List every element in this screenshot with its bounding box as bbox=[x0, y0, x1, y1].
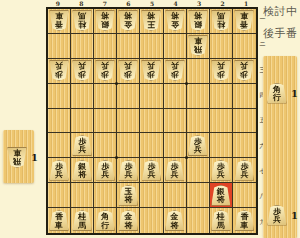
square-9-5[interactable] bbox=[48, 109, 71, 134]
piece-kanji: 銀将 bbox=[194, 10, 202, 28]
square-3-8[interactable] bbox=[187, 183, 210, 208]
shogi-analysis-screen: 検討中 後手番 987654321 一二三四五六七八九 香車桂馬銀将金将王将金将… bbox=[0, 0, 300, 238]
file-label-9: 9 bbox=[46, 0, 70, 7]
gote-knight[interactable]: 桂馬 bbox=[72, 10, 92, 31]
piece-kanji: 歩兵 bbox=[78, 60, 86, 78]
square-7-3[interactable]: 歩兵 bbox=[94, 59, 117, 84]
gote-pawn[interactable]: 歩兵 bbox=[211, 60, 231, 81]
piece-kanji: 歩兵 bbox=[147, 60, 155, 78]
gote-gold[interactable]: 金将 bbox=[165, 10, 185, 31]
piece-kanji: 角行 bbox=[101, 213, 109, 231]
piece-kanji: 桂馬 bbox=[78, 213, 86, 231]
square-2-9[interactable]: 桂馬 bbox=[210, 208, 233, 233]
square-6-1[interactable]: 金将 bbox=[117, 9, 140, 34]
square-8-6[interactable]: 歩兵 bbox=[71, 133, 94, 158]
piece-kanji: 飛車 bbox=[13, 147, 21, 165]
sente-knight[interactable]: 桂馬 bbox=[211, 210, 231, 231]
sente-pawn[interactable]: 歩兵 bbox=[49, 160, 69, 181]
square-2-2[interactable] bbox=[210, 34, 233, 59]
sente-pawn[interactable]: 歩兵 bbox=[211, 160, 231, 181]
square-2-1[interactable]: 桂馬 bbox=[210, 9, 233, 34]
square-3-4[interactable] bbox=[187, 84, 210, 109]
square-5-7[interactable]: 歩兵 bbox=[140, 158, 163, 183]
sente-pawn[interactable]: 歩兵 bbox=[267, 205, 287, 226]
file-label-2: 2 bbox=[211, 0, 235, 7]
piece-kanji: 歩兵 bbox=[273, 208, 281, 226]
piece-kanji: 香車 bbox=[55, 213, 63, 231]
square-4-3[interactable]: 歩兵 bbox=[164, 59, 187, 84]
square-8-7[interactable]: 銀将 bbox=[71, 158, 94, 183]
square-1-9[interactable]: 香車 bbox=[233, 208, 256, 233]
piece-kanji: 歩兵 bbox=[217, 60, 225, 78]
gote-pawn[interactable]: 歩兵 bbox=[234, 60, 254, 81]
gote-knight[interactable]: 桂馬 bbox=[211, 10, 231, 31]
piece-kanji: 歩兵 bbox=[240, 60, 248, 78]
piece-kanji: 桂馬 bbox=[78, 10, 86, 28]
gote-pawn[interactable]: 歩兵 bbox=[95, 60, 115, 81]
piece-kanji: 金将 bbox=[171, 10, 179, 28]
sente-bishop[interactable]: 角行 bbox=[267, 83, 287, 104]
square-2-3[interactable]: 歩兵 bbox=[210, 59, 233, 84]
hand-count: 1 bbox=[291, 88, 298, 99]
square-4-5[interactable] bbox=[164, 109, 187, 134]
square-9-6[interactable] bbox=[48, 133, 71, 158]
piece-kanji: 歩兵 bbox=[101, 60, 109, 78]
piece-kanji: 銀将 bbox=[101, 10, 109, 28]
square-9-4[interactable] bbox=[48, 84, 71, 109]
star-point bbox=[185, 82, 188, 85]
square-3-7[interactable] bbox=[187, 158, 210, 183]
square-9-1[interactable]: 香車 bbox=[48, 9, 71, 34]
sente-pawn[interactable]: 歩兵 bbox=[118, 160, 138, 181]
square-8-9[interactable]: 桂馬 bbox=[71, 208, 94, 233]
square-3-6[interactable]: 歩兵 bbox=[187, 133, 210, 158]
square-6-8[interactable]: 玉将 bbox=[117, 183, 140, 208]
square-8-1[interactable]: 桂馬 bbox=[71, 9, 94, 34]
sente-silver[interactable]: 銀将 bbox=[211, 185, 231, 206]
square-3-3[interactable] bbox=[187, 59, 210, 84]
square-3-2[interactable]: 飛車 bbox=[187, 34, 210, 59]
piece-kanji: 桂馬 bbox=[217, 10, 225, 28]
gote-pawn[interactable]: 歩兵 bbox=[72, 60, 92, 81]
square-4-7[interactable]: 歩兵 bbox=[164, 158, 187, 183]
square-5-8[interactable] bbox=[140, 183, 163, 208]
square-1-4[interactable] bbox=[233, 84, 256, 109]
rank-label-1: 一 bbox=[258, 7, 267, 32]
piece-kanji: 金将 bbox=[124, 213, 132, 231]
square-5-1[interactable]: 王将 bbox=[140, 9, 163, 34]
square-2-4[interactable] bbox=[210, 84, 233, 109]
piece-kanji: 香車 bbox=[240, 213, 248, 231]
square-4-4[interactable] bbox=[164, 84, 187, 109]
piece-kanji: 角行 bbox=[273, 86, 281, 104]
square-7-9[interactable]: 角行 bbox=[94, 208, 117, 233]
gote-pawn[interactable]: 歩兵 bbox=[165, 60, 185, 81]
piece-kanji: 歩兵 bbox=[78, 138, 86, 156]
gote-hand-tray: 飛車1 bbox=[3, 130, 34, 183]
status-analysis: 検討中 bbox=[263, 6, 300, 17]
square-7-8[interactable] bbox=[94, 183, 117, 208]
sente-silver[interactable]: 銀将 bbox=[72, 160, 92, 181]
gote-gold[interactable]: 金将 bbox=[118, 10, 138, 31]
piece-kanji: 歩兵 bbox=[194, 138, 202, 156]
square-7-5[interactable] bbox=[94, 109, 117, 134]
gote-pawn[interactable]: 歩兵 bbox=[49, 60, 69, 81]
square-5-4[interactable] bbox=[140, 84, 163, 109]
square-5-5[interactable] bbox=[140, 109, 163, 134]
sente-hand-tray: 角行1歩兵1 bbox=[263, 56, 297, 238]
file-label-8: 8 bbox=[70, 0, 94, 7]
square-8-4[interactable] bbox=[71, 84, 94, 109]
square-9-8[interactable] bbox=[48, 183, 71, 208]
square-8-5[interactable] bbox=[71, 109, 94, 134]
file-label-3: 3 bbox=[187, 0, 211, 7]
gote-silver[interactable]: 銀将 bbox=[188, 10, 208, 31]
square-8-2[interactable] bbox=[71, 34, 94, 59]
gote-silver[interactable]: 銀将 bbox=[95, 10, 115, 31]
piece-kanji: 歩兵 bbox=[217, 163, 225, 181]
square-2-5[interactable] bbox=[210, 109, 233, 134]
square-4-8[interactable] bbox=[164, 183, 187, 208]
file-label-6: 6 bbox=[117, 0, 141, 7]
gote-lance[interactable]: 香車 bbox=[49, 10, 69, 31]
square-7-1[interactable]: 銀将 bbox=[94, 9, 117, 34]
piece-kanji: 歩兵 bbox=[101, 163, 109, 181]
piece-kanji: 王将 bbox=[147, 10, 155, 28]
square-2-8[interactable]: 銀将 bbox=[210, 183, 233, 208]
piece-kanji: 香車 bbox=[240, 10, 248, 28]
square-4-2[interactable] bbox=[164, 34, 187, 59]
piece-kanji: 歩兵 bbox=[124, 163, 132, 181]
hand-slot[interactable]: 飛車1 bbox=[3, 146, 34, 168]
square-6-3[interactable]: 歩兵 bbox=[117, 59, 140, 84]
square-9-2[interactable] bbox=[48, 34, 71, 59]
piece-kanji: 香車 bbox=[55, 10, 63, 28]
gote-king[interactable]: 王将 bbox=[141, 10, 161, 31]
square-2-7[interactable]: 歩兵 bbox=[210, 158, 233, 183]
square-7-7[interactable]: 歩兵 bbox=[94, 158, 117, 183]
square-5-2[interactable] bbox=[140, 34, 163, 59]
square-3-9[interactable] bbox=[187, 208, 210, 233]
piece-kanji: 銀将 bbox=[217, 188, 225, 206]
sente-gold[interactable]: 金将 bbox=[118, 210, 138, 231]
square-9-9[interactable]: 香車 bbox=[48, 208, 71, 233]
square-7-6[interactable] bbox=[94, 133, 117, 158]
piece-kanji: 桂馬 bbox=[217, 213, 225, 231]
square-1-5[interactable] bbox=[233, 109, 256, 134]
square-9-7[interactable]: 歩兵 bbox=[48, 158, 71, 183]
sente-pawn[interactable]: 歩兵 bbox=[188, 135, 208, 156]
sente-pawn[interactable]: 歩兵 bbox=[95, 160, 115, 181]
square-1-7[interactable]: 歩兵 bbox=[233, 158, 256, 183]
piece-kanji: 歩兵 bbox=[240, 163, 248, 181]
piece-kanji: 金将 bbox=[171, 213, 179, 231]
square-4-6[interactable] bbox=[164, 133, 187, 158]
gote-rook[interactable]: 飛車 bbox=[7, 147, 27, 168]
piece-kanji: 銀将 bbox=[78, 163, 86, 181]
status-turn: 後手番 bbox=[263, 28, 300, 39]
square-6-5[interactable] bbox=[117, 109, 140, 134]
square-1-3[interactable]: 歩兵 bbox=[233, 59, 256, 84]
square-9-3[interactable]: 歩兵 bbox=[48, 59, 71, 84]
piece-kanji: 歩兵 bbox=[55, 60, 63, 78]
sente-pawn[interactable]: 歩兵 bbox=[165, 160, 185, 181]
piece-kanji: 歩兵 bbox=[124, 60, 132, 78]
sente-pawn[interactable]: 歩兵 bbox=[234, 160, 254, 181]
gote-pawn[interactable]: 歩兵 bbox=[118, 60, 138, 81]
piece-kanji: 玉将 bbox=[124, 188, 132, 206]
square-6-4[interactable] bbox=[117, 84, 140, 109]
sente-king[interactable]: 玉将 bbox=[118, 185, 138, 206]
square-3-5[interactable] bbox=[187, 109, 210, 134]
square-8-8[interactable] bbox=[71, 183, 94, 208]
square-8-3[interactable]: 歩兵 bbox=[71, 59, 94, 84]
square-6-6[interactable] bbox=[117, 133, 140, 158]
file-label-7: 7 bbox=[93, 0, 117, 7]
status-panel: 検討中 後手番 bbox=[263, 6, 300, 50]
file-labels: 987654321 bbox=[46, 0, 258, 7]
hand-count: 1 bbox=[291, 210, 298, 221]
square-2-6[interactable] bbox=[210, 133, 233, 158]
hand-slot[interactable]: 角行1 bbox=[263, 82, 297, 104]
sente-knight[interactable]: 桂馬 bbox=[72, 210, 92, 231]
square-6-2[interactable] bbox=[117, 34, 140, 59]
rank-label-2: 二 bbox=[258, 32, 267, 57]
hand-slot[interactable]: 歩兵1 bbox=[263, 204, 297, 226]
hand-count: 1 bbox=[31, 152, 38, 163]
gote-rook[interactable]: 飛車 bbox=[188, 35, 208, 56]
square-5-6[interactable] bbox=[140, 133, 163, 158]
square-3-1[interactable]: 銀将 bbox=[187, 9, 210, 34]
square-1-1[interactable]: 香車 bbox=[233, 9, 256, 34]
square-4-9[interactable]: 金将 bbox=[164, 208, 187, 233]
square-7-2[interactable] bbox=[94, 34, 117, 59]
piece-kanji: 歩兵 bbox=[147, 163, 155, 181]
square-5-9[interactable] bbox=[140, 208, 163, 233]
square-6-9[interactable]: 金将 bbox=[117, 208, 140, 233]
file-label-4: 4 bbox=[164, 0, 188, 7]
square-1-6[interactable] bbox=[233, 133, 256, 158]
sente-pawn[interactable]: 歩兵 bbox=[141, 160, 161, 181]
shogi-board[interactable]: 香車桂馬銀将金将王将金将銀将桂馬香車飛車歩兵歩兵歩兵歩兵歩兵歩兵歩兵歩兵歩兵歩兵… bbox=[46, 7, 258, 235]
sente-bishop[interactable]: 角行 bbox=[95, 210, 115, 231]
sente-lance[interactable]: 香車 bbox=[49, 210, 69, 231]
square-7-4[interactable] bbox=[94, 84, 117, 109]
square-1-2[interactable] bbox=[233, 34, 256, 59]
piece-kanji: 金将 bbox=[124, 10, 132, 28]
gote-pawn[interactable]: 歩兵 bbox=[141, 60, 161, 81]
square-1-8[interactable] bbox=[233, 183, 256, 208]
piece-kanji: 歩兵 bbox=[171, 60, 179, 78]
piece-kanji: 歩兵 bbox=[171, 163, 179, 181]
file-label-1: 1 bbox=[234, 0, 258, 7]
sente-gold[interactable]: 金将 bbox=[165, 210, 185, 231]
piece-kanji: 飛車 bbox=[194, 35, 202, 53]
gote-lance[interactable]: 香車 bbox=[234, 10, 254, 31]
sente-pawn[interactable]: 歩兵 bbox=[72, 135, 92, 156]
sente-lance[interactable]: 香車 bbox=[234, 210, 254, 231]
piece-kanji: 歩兵 bbox=[55, 163, 63, 181]
square-4-1[interactable]: 金将 bbox=[164, 9, 187, 34]
square-5-3[interactable]: 歩兵 bbox=[140, 59, 163, 84]
square-6-7[interactable]: 歩兵 bbox=[117, 158, 140, 183]
file-label-5: 5 bbox=[140, 0, 164, 7]
